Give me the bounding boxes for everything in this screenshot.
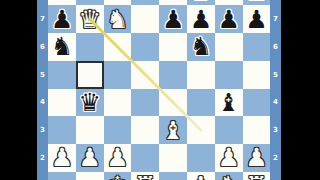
rank-label: 5 xyxy=(270,71,281,79)
square-d1[interactable]: ♜ xyxy=(131,172,159,180)
square-c3[interactable] xyxy=(104,116,132,144)
square-a1[interactable] xyxy=(48,172,76,180)
square-e6[interactable] xyxy=(159,33,187,61)
square-h1[interactable]: ♜ xyxy=(243,172,271,180)
black-pawn[interactable]: ♟ xyxy=(48,5,76,33)
rank-coordinates-left: 87654321 xyxy=(37,0,48,180)
rank-label: 5 xyxy=(37,71,48,79)
square-e5[interactable] xyxy=(159,61,187,89)
rank-label: 3 xyxy=(270,126,281,134)
white-pawn[interactable]: ♟ xyxy=(215,144,243,172)
square-f4[interactable] xyxy=(187,89,215,117)
black-pawn[interactable]: ♟ xyxy=(159,5,187,33)
square-g7[interactable]: ♟ xyxy=(215,5,243,33)
rank-label: 7 xyxy=(37,15,48,23)
black-bishop[interactable]: ♝ xyxy=(215,89,243,117)
square-g3[interactable] xyxy=(215,116,243,144)
square-a7[interactable]: ♟ xyxy=(48,5,76,33)
square-f6[interactable]: ♞ xyxy=(187,33,215,61)
white-pawn[interactable]: ♟ xyxy=(243,144,271,172)
square-c1[interactable]: ♚ xyxy=(104,172,132,180)
black-pawn[interactable]: ♟ xyxy=(215,5,243,33)
square-d5[interactable] xyxy=(131,61,159,89)
rank-label: 6 xyxy=(270,43,281,51)
white-queen[interactable]: ♛ xyxy=(76,5,104,33)
black-queen[interactable]: ♛ xyxy=(76,89,104,117)
rank-coordinates-right: 87654321 xyxy=(270,0,281,180)
square-a6[interactable]: ♞ xyxy=(48,33,76,61)
rank-label: 3 xyxy=(37,126,48,134)
white-knight[interactable]: ♞ xyxy=(104,5,132,33)
square-d2[interactable] xyxy=(131,144,159,172)
white-rook[interactable]: ♜ xyxy=(243,172,271,180)
square-e3[interactable]: ♝ xyxy=(159,116,187,144)
square-b2[interactable]: ♟ xyxy=(76,144,104,172)
square-e4[interactable] xyxy=(159,89,187,117)
rank-label: 4 xyxy=(270,98,281,106)
white-pawn[interactable]: ♟ xyxy=(76,144,104,172)
square-f7[interactable]: ♟ xyxy=(187,5,215,33)
square-c7[interactable]: ♞ xyxy=(104,5,132,33)
white-bishop[interactable]: ♝ xyxy=(159,116,187,144)
square-d4[interactable] xyxy=(131,89,159,117)
square-f2[interactable] xyxy=(187,144,215,172)
rank-label: 2 xyxy=(37,154,48,162)
square-c5[interactable] xyxy=(104,61,132,89)
square-b6[interactable] xyxy=(76,33,104,61)
square-g4[interactable]: ♝ xyxy=(215,89,243,117)
square-e2[interactable] xyxy=(159,144,187,172)
square-d7[interactable] xyxy=(131,5,159,33)
white-pawn[interactable]: ♟ xyxy=(104,144,132,172)
square-a3[interactable] xyxy=(48,116,76,144)
square-a2[interactable]: ♟ xyxy=(48,144,76,172)
black-knight[interactable]: ♞ xyxy=(48,33,76,61)
square-h7[interactable]: ♟ xyxy=(243,5,271,33)
square-e1[interactable] xyxy=(159,172,187,180)
black-pawn[interactable]: ♟ xyxy=(187,5,215,33)
square-h5[interactable] xyxy=(243,61,271,89)
square-b1[interactable] xyxy=(76,172,104,180)
square-f3[interactable] xyxy=(187,116,215,144)
square-c6[interactable] xyxy=(104,33,132,61)
white-knight[interactable]: ♞ xyxy=(215,172,243,180)
black-knight[interactable]: ♞ xyxy=(187,33,215,61)
rank-label: 4 xyxy=(37,98,48,106)
square-h4[interactable] xyxy=(243,89,271,117)
square-b4[interactable]: ♛ xyxy=(76,89,104,117)
square-e7[interactable]: ♟ xyxy=(159,5,187,33)
square-a4[interactable] xyxy=(48,89,76,117)
square-d3[interactable] xyxy=(131,116,159,144)
square-f1[interactable]: ♝ xyxy=(187,172,215,180)
square-b5[interactable] xyxy=(76,61,104,89)
chess-board-screen: 87654321 87654321 ♜♚♝♜♟♛♞♟♟♟♟♞♞♛♝♝♟♟♟♟♟♚… xyxy=(0,0,320,180)
square-g6[interactable] xyxy=(215,33,243,61)
square-b7[interactable]: ♛ xyxy=(76,5,104,33)
square-g5[interactable] xyxy=(215,61,243,89)
square-g2[interactable]: ♟ xyxy=(215,144,243,172)
white-bishop[interactable]: ♝ xyxy=(187,172,215,180)
square-b3[interactable] xyxy=(76,116,104,144)
white-rook[interactable]: ♜ xyxy=(131,172,159,180)
square-c2[interactable]: ♟ xyxy=(104,144,132,172)
square-h3[interactable] xyxy=(243,116,271,144)
square-d6[interactable] xyxy=(131,33,159,61)
rank-label: 7 xyxy=(270,15,281,23)
square-c4[interactable] xyxy=(104,89,132,117)
white-pawn[interactable]: ♟ xyxy=(48,144,76,172)
black-pawn[interactable]: ♟ xyxy=(243,5,271,33)
rank-label: 6 xyxy=(37,43,48,51)
square-f5[interactable] xyxy=(187,61,215,89)
square-g1[interactable]: ♞ xyxy=(215,172,243,180)
chess-board[interactable]: ♜♚♝♜♟♛♞♟♟♟♟♞♞♛♝♝♟♟♟♟♟♚♜♝♞♜ xyxy=(48,0,270,180)
white-king[interactable]: ♚ xyxy=(104,172,132,180)
square-h2[interactable]: ♟ xyxy=(243,144,271,172)
square-a5[interactable] xyxy=(48,61,76,89)
square-h6[interactable] xyxy=(243,33,271,61)
rank-label: 2 xyxy=(270,154,281,162)
